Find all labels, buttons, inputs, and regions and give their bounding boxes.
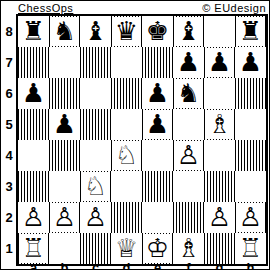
square-f7: ♟ [173,47,204,78]
chess-diagram: ChessOps © EUdesign 87654321 ♜♞♝♛♚♝♜♟♟♟♟… [0,0,270,270]
file-label-a: a [18,263,49,270]
square-h8: ♜ [235,16,266,47]
black-knight-b8: ♞ [51,17,78,46]
square-e7 [142,47,173,78]
square-a5 [18,109,49,140]
black-pawn-e5: ♟ [144,110,171,139]
file-label-f: f [173,263,204,270]
file-label-c: c [80,263,111,270]
chessops-link[interactable]: ChessOps [18,2,73,14]
square-b2: ♙ [49,202,80,233]
black-bishop-c8: ♝ [82,17,109,46]
rank-label-3: 3 [3,171,15,202]
square-d6 [111,78,142,109]
square-b8: ♞ [49,16,80,47]
square-c3: ♘ [80,171,111,202]
square-b5: ♟ [49,109,80,140]
square-e2 [142,202,173,233]
white-knight-c3: ♘ [82,172,109,201]
square-h2: ♙ [235,202,266,233]
square-f2 [173,202,204,233]
black-pawn-g7: ♟ [206,48,233,77]
square-e4 [142,140,173,171]
square-f8: ♝ [173,16,204,47]
square-e3 [142,171,173,202]
white-rook-h1: ♖ [237,234,264,263]
square-a4 [18,140,49,171]
credit-text: © EUdesign [202,2,266,14]
file-label-g: g [204,263,235,270]
black-pawn-b5: ♟ [51,110,78,139]
file-labels: abcdefgh [18,263,266,270]
square-a6: ♟ [18,78,49,109]
square-a2: ♙ [18,202,49,233]
square-a3 [18,171,49,202]
chess-board: ♜♞♝♛♚♝♜♟♟♟♟♟♞♟♟♗♘♙♘♙♙♙♙♙♖♕♔♗♖ [16,14,268,266]
square-c2: ♙ [80,202,111,233]
square-g8 [204,16,235,47]
square-f3 [173,171,204,202]
square-g6 [204,78,235,109]
white-king-e1: ♔ [144,234,171,263]
square-d3 [111,171,142,202]
square-f4: ♙ [173,140,204,171]
white-bishop-g5: ♗ [206,110,233,139]
rank-label-5: 5 [3,109,15,140]
white-knight-d4: ♘ [113,141,140,170]
rank-label-7: 7 [3,47,15,78]
file-label-e: e [142,263,173,270]
square-f6: ♞ [173,78,204,109]
rank-label-4: 4 [3,140,15,171]
square-b4 [49,140,80,171]
square-h4 [235,140,266,171]
square-d8: ♛ [111,16,142,47]
file-label-b: b [49,263,80,270]
file-label-d: d [111,263,142,270]
white-pawn-g2: ♙ [206,203,233,232]
square-a7 [18,47,49,78]
black-pawn-h7: ♟ [237,48,264,77]
square-d2 [111,202,142,233]
square-d7 [111,47,142,78]
square-b3 [49,171,80,202]
square-c4 [80,140,111,171]
square-d4: ♘ [111,140,142,171]
square-c8: ♝ [80,16,111,47]
black-rook-h8: ♜ [237,17,264,46]
black-rook-a8: ♜ [20,17,47,46]
square-c7 [80,47,111,78]
square-d5 [111,109,142,140]
square-c6 [80,78,111,109]
square-e8: ♚ [142,16,173,47]
white-pawn-b2: ♙ [51,203,78,232]
square-h6 [235,78,266,109]
square-g5: ♗ [204,109,235,140]
black-queen-d8: ♛ [113,17,140,46]
rank-label-6: 6 [3,78,15,109]
square-h3 [235,171,266,202]
rank-label-1: 1 [3,233,15,264]
square-b6 [49,78,80,109]
white-pawn-f4: ♙ [175,141,202,170]
square-c5 [80,109,111,140]
white-rook-a1: ♖ [20,234,47,263]
white-bishop-f1: ♗ [175,234,202,263]
square-g4 [204,140,235,171]
square-g7: ♟ [204,47,235,78]
black-knight-f6: ♞ [175,79,202,108]
square-g3 [204,171,235,202]
black-pawn-f7: ♟ [175,48,202,77]
rank-label-8: 8 [3,16,15,47]
white-pawn-c2: ♙ [82,203,109,232]
square-f5 [173,109,204,140]
square-g2: ♙ [204,202,235,233]
black-pawn-e6: ♟ [144,79,171,108]
rank-label-2: 2 [3,202,15,233]
square-e5: ♟ [142,109,173,140]
file-label-h: h [235,263,266,270]
white-pawn-h2: ♙ [237,203,264,232]
black-bishop-f8: ♝ [175,17,202,46]
rank-labels: 87654321 [3,16,15,264]
white-queen-d1: ♕ [113,234,140,263]
square-e6: ♟ [142,78,173,109]
square-h7: ♟ [235,47,266,78]
square-a8: ♜ [18,16,49,47]
white-pawn-a2: ♙ [20,203,47,232]
square-h5 [235,109,266,140]
black-pawn-a6: ♟ [20,79,47,108]
square-b7 [49,47,80,78]
black-king-e8: ♚ [144,17,171,46]
